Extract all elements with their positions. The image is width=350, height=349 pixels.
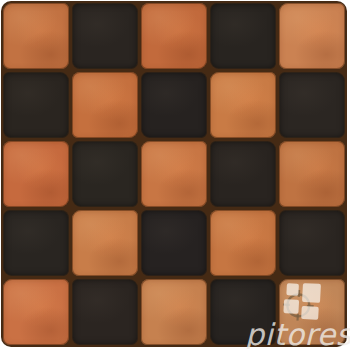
terracotta-tile[interactable] bbox=[141, 279, 207, 345]
terracotta-tile[interactable] bbox=[279, 141, 345, 207]
black-tile[interactable] bbox=[141, 72, 207, 138]
terracotta-tile[interactable] bbox=[210, 72, 276, 138]
black-tile[interactable] bbox=[210, 3, 276, 69]
black-tile[interactable] bbox=[210, 141, 276, 207]
terracotta-tile[interactable] bbox=[210, 210, 276, 276]
terracotta-tile[interactable] bbox=[279, 279, 345, 345]
black-tile[interactable] bbox=[279, 72, 345, 138]
terracotta-tile[interactable] bbox=[3, 3, 69, 69]
terracotta-tile[interactable] bbox=[72, 72, 138, 138]
terracotta-tile[interactable] bbox=[72, 210, 138, 276]
black-tile[interactable] bbox=[3, 72, 69, 138]
black-tile[interactable] bbox=[72, 279, 138, 345]
board-grid bbox=[1, 1, 347, 347]
black-tile[interactable] bbox=[141, 210, 207, 276]
terracotta-tile[interactable] bbox=[3, 141, 69, 207]
terracotta-tile[interactable] bbox=[141, 141, 207, 207]
black-tile[interactable] bbox=[279, 210, 345, 276]
tile-board-photo: pitoreska bbox=[0, 0, 350, 349]
black-tile[interactable] bbox=[72, 3, 138, 69]
terracotta-tile[interactable] bbox=[3, 279, 69, 345]
terracotta-tile[interactable] bbox=[279, 3, 345, 69]
terracotta-tile[interactable] bbox=[141, 3, 207, 69]
black-tile[interactable] bbox=[210, 279, 276, 345]
black-tile[interactable] bbox=[72, 141, 138, 207]
black-tile[interactable] bbox=[3, 210, 69, 276]
